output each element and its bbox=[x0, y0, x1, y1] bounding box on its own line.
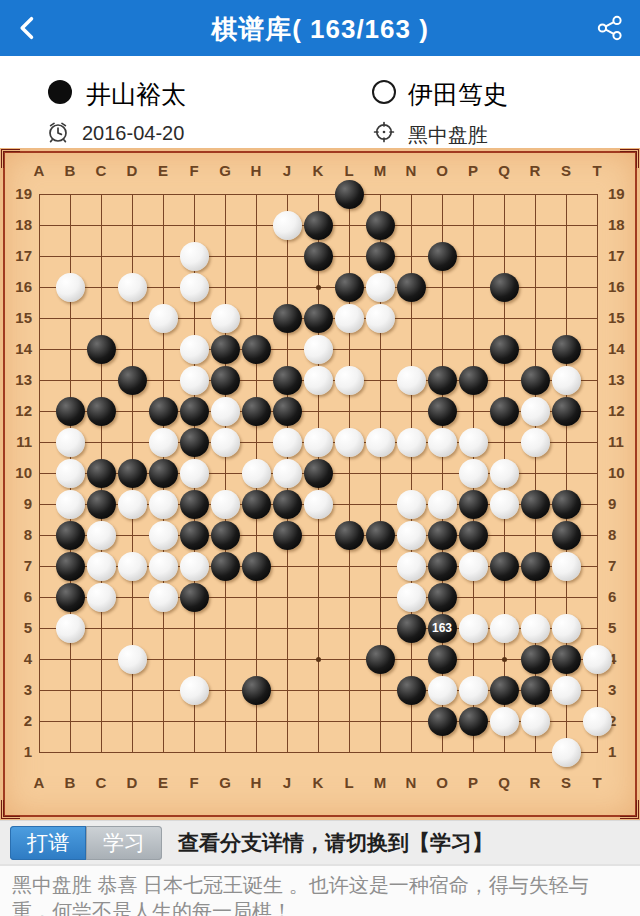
top-col-label: E bbox=[152, 162, 174, 179]
stone-B6-black bbox=[56, 583, 85, 612]
stone-G8-black bbox=[211, 521, 240, 550]
stone-L11-white bbox=[335, 428, 364, 457]
stone-P13-black bbox=[459, 366, 488, 395]
frame-corner-ornament bbox=[620, 149, 639, 168]
top-col-label: G bbox=[214, 162, 236, 179]
stone-N7-white bbox=[397, 552, 426, 581]
right-row-label: 7 bbox=[608, 558, 636, 574]
stone-M11-white bbox=[366, 428, 395, 457]
stone-O6-black bbox=[428, 583, 457, 612]
stone-F9-black bbox=[180, 490, 209, 519]
top-col-label: T bbox=[586, 162, 608, 179]
stone-L19-black bbox=[335, 180, 364, 209]
left-row-label: 16 bbox=[4, 279, 32, 295]
stone-S4-black bbox=[552, 645, 581, 674]
stone-D4-white bbox=[118, 645, 147, 674]
go-board[interactable]: AABBCCDDEEFFGGHHJJKKLLMMNNOOPPQQRRSSTT19… bbox=[0, 148, 640, 820]
stone-K10-black bbox=[304, 459, 333, 488]
stone-E15-white bbox=[149, 304, 178, 333]
stone-O11-white bbox=[428, 428, 457, 457]
stone-P10-white bbox=[459, 459, 488, 488]
bottom-toolbar: 打谱 学习 查看分支详情，请切换到【学习】 bbox=[0, 820, 640, 865]
stone-O17-black bbox=[428, 242, 457, 271]
stone-C14-black bbox=[87, 335, 116, 364]
frame-corner-ornament bbox=[1, 149, 20, 168]
stone-B9-white bbox=[56, 490, 85, 519]
bottom-col-label: L bbox=[338, 774, 360, 791]
bottom-col-label: E bbox=[152, 774, 174, 791]
stone-R12-white bbox=[521, 397, 550, 426]
stone-C8-white bbox=[87, 521, 116, 550]
right-row-label: 5 bbox=[608, 620, 636, 636]
dapu-button[interactable]: 打谱 bbox=[10, 826, 86, 860]
stone-Q16-black bbox=[490, 273, 519, 302]
stone-Q9-white bbox=[490, 490, 519, 519]
stone-D16-white bbox=[118, 273, 147, 302]
stone-G12-white bbox=[211, 397, 240, 426]
top-col-label: C bbox=[90, 162, 112, 179]
frame-corner-ornament bbox=[620, 800, 639, 819]
stone-N6-white bbox=[397, 583, 426, 612]
top-col-label: A bbox=[28, 162, 50, 179]
bottom-col-label: N bbox=[400, 774, 422, 791]
left-row-label: 8 bbox=[4, 527, 32, 543]
bottom-col-label: K bbox=[307, 774, 329, 791]
stone-B8-black bbox=[56, 521, 85, 550]
stone-B11-white bbox=[56, 428, 85, 457]
stone-M15-white bbox=[366, 304, 395, 333]
left-row-label: 15 bbox=[4, 310, 32, 326]
stone-D13-black bbox=[118, 366, 147, 395]
stone-R11-white bbox=[521, 428, 550, 457]
star-point bbox=[316, 285, 321, 290]
top-col-label: K bbox=[307, 162, 329, 179]
bottom-col-label: H bbox=[245, 774, 267, 791]
left-row-label: 10 bbox=[4, 465, 32, 481]
stone-E7-white bbox=[149, 552, 178, 581]
left-row-label: 9 bbox=[4, 496, 32, 512]
stone-R3-black bbox=[521, 676, 550, 705]
clock-icon bbox=[46, 120, 70, 144]
top-col-label: H bbox=[245, 162, 267, 179]
right-row-label: 14 bbox=[608, 341, 636, 357]
share-button[interactable] bbox=[596, 14, 624, 42]
stone-G14-black bbox=[211, 335, 240, 364]
right-row-label: 19 bbox=[608, 186, 636, 202]
stone-E11-white bbox=[149, 428, 178, 457]
app-window: 棋谱库( 163/163 ) 井山裕太 伊田笃史 2016-04-20 bbox=[0, 0, 640, 916]
stone-F7-white bbox=[180, 552, 209, 581]
right-row-label: 16 bbox=[608, 279, 636, 295]
stone-B10-white bbox=[56, 459, 85, 488]
stone-L16-black bbox=[335, 273, 364, 302]
stone-F16-white bbox=[180, 273, 209, 302]
stone-F17-white bbox=[180, 242, 209, 271]
stone-D10-black bbox=[118, 459, 147, 488]
left-row-label: 5 bbox=[4, 620, 32, 636]
right-row-label: 10 bbox=[608, 465, 636, 481]
bottom-col-label: O bbox=[431, 774, 453, 791]
stone-B5-white bbox=[56, 614, 85, 643]
stone-E10-black bbox=[149, 459, 178, 488]
stone-P11-white bbox=[459, 428, 488, 457]
stone-K9-white bbox=[304, 490, 333, 519]
bottom-col-label: D bbox=[121, 774, 143, 791]
stone-R7-black bbox=[521, 552, 550, 581]
stone-G7-black bbox=[211, 552, 240, 581]
stone-R2-white bbox=[521, 707, 550, 736]
right-row-label: 15 bbox=[608, 310, 636, 326]
stone-Q7-black bbox=[490, 552, 519, 581]
game-result: 黑中盘胜 bbox=[408, 122, 488, 149]
stone-R9-black bbox=[521, 490, 550, 519]
stone-F12-black bbox=[180, 397, 209, 426]
right-row-label: 9 bbox=[608, 496, 636, 512]
stone-P5-white bbox=[459, 614, 488, 643]
stone-P2-black bbox=[459, 707, 488, 736]
stone-J11-white bbox=[273, 428, 302, 457]
stone-Q3-black bbox=[490, 676, 519, 705]
header-bar: 棋谱库( 163/163 ) bbox=[0, 0, 640, 56]
game-comment: 黑中盘胜 恭喜 日本七冠王诞生 。也许这是一种宿命，得与失轻与重，何尝不是人生的… bbox=[0, 864, 640, 916]
stone-R5-white bbox=[521, 614, 550, 643]
stone-E6-white bbox=[149, 583, 178, 612]
stone-J13-black bbox=[273, 366, 302, 395]
stone-S13-white bbox=[552, 366, 581, 395]
star-point bbox=[316, 657, 321, 662]
right-row-label: 3 bbox=[608, 682, 636, 698]
stone-T4-white bbox=[583, 645, 612, 674]
stone-N16-black bbox=[397, 273, 426, 302]
bottom-col-label: F bbox=[183, 774, 205, 791]
bottom-col-label: C bbox=[90, 774, 112, 791]
right-row-label: 13 bbox=[608, 372, 636, 388]
stone-F11-black bbox=[180, 428, 209, 457]
left-row-label: 3 bbox=[4, 682, 32, 698]
stone-O8-black bbox=[428, 521, 457, 550]
stone-O7-black bbox=[428, 552, 457, 581]
stone-K17-black bbox=[304, 242, 333, 271]
game-info-panel: 井山裕太 伊田笃史 2016-04-20 黑中盘胜 bbox=[0, 56, 640, 148]
top-col-label: F bbox=[183, 162, 205, 179]
stone-O12-black bbox=[428, 397, 457, 426]
stone-J15-black bbox=[273, 304, 302, 333]
stone-G9-white bbox=[211, 490, 240, 519]
top-col-label: B bbox=[59, 162, 81, 179]
stone-L8-black bbox=[335, 521, 364, 550]
stone-J10-white bbox=[273, 459, 302, 488]
stone-M18-black bbox=[366, 211, 395, 240]
stone-G13-black bbox=[211, 366, 240, 395]
stone-N3-black bbox=[397, 676, 426, 705]
share-icon bbox=[596, 14, 624, 42]
stone-G15-white bbox=[211, 304, 240, 333]
xuexi-button[interactable]: 学习 bbox=[86, 826, 162, 860]
right-row-label: 6 bbox=[608, 589, 636, 605]
game-date: 2016-04-20 bbox=[82, 122, 184, 145]
top-col-label: O bbox=[431, 162, 453, 179]
top-col-label: J bbox=[276, 162, 298, 179]
stone-S5-white bbox=[552, 614, 581, 643]
stone-K18-black bbox=[304, 211, 333, 240]
stone-E12-black bbox=[149, 397, 178, 426]
right-row-label: 12 bbox=[608, 403, 636, 419]
left-row-label: 17 bbox=[4, 248, 32, 264]
stone-O2-black bbox=[428, 707, 457, 736]
top-col-label: D bbox=[121, 162, 143, 179]
stone-H14-black bbox=[242, 335, 271, 364]
stone-F3-white bbox=[180, 676, 209, 705]
stone-H9-black bbox=[242, 490, 271, 519]
left-row-label: 4 bbox=[4, 651, 32, 667]
page-title: 棋谱库( 163/163 ) bbox=[0, 12, 640, 47]
stone-N8-white bbox=[397, 521, 426, 550]
stone-S12-black bbox=[552, 397, 581, 426]
left-row-label: 12 bbox=[4, 403, 32, 419]
stone-C10-black bbox=[87, 459, 116, 488]
stone-Q2-white bbox=[490, 707, 519, 736]
right-row-label: 4 bbox=[608, 651, 636, 667]
stone-N9-white bbox=[397, 490, 426, 519]
stone-R4-black bbox=[521, 645, 550, 674]
bottom-col-label: R bbox=[524, 774, 546, 791]
stone-P9-black bbox=[459, 490, 488, 519]
black-stone-icon bbox=[48, 80, 72, 104]
top-col-label: R bbox=[524, 162, 546, 179]
bottom-col-label: A bbox=[28, 774, 50, 791]
stone-O3-white bbox=[428, 676, 457, 705]
left-row-label: 7 bbox=[4, 558, 32, 574]
stone-H12-black bbox=[242, 397, 271, 426]
stone-K15-black bbox=[304, 304, 333, 333]
toolbar-hint: 查看分支详情，请切换到【学习】 bbox=[178, 829, 493, 857]
stone-J12-black bbox=[273, 397, 302, 426]
stone-E8-white bbox=[149, 521, 178, 550]
stone-F6-black bbox=[180, 583, 209, 612]
bottom-col-label: J bbox=[276, 774, 298, 791]
bottom-col-label: M bbox=[369, 774, 391, 791]
stone-K13-white bbox=[304, 366, 333, 395]
stone-O9-white bbox=[428, 490, 457, 519]
bottom-col-label: P bbox=[462, 774, 484, 791]
bottom-col-label: G bbox=[214, 774, 236, 791]
right-row-label: 18 bbox=[608, 217, 636, 233]
stone-R13-black bbox=[521, 366, 550, 395]
left-row-label: 13 bbox=[4, 372, 32, 388]
stone-S1-white bbox=[552, 738, 581, 767]
top-col-label: S bbox=[555, 162, 577, 179]
stone-F14-white bbox=[180, 335, 209, 364]
stone-N5-black bbox=[397, 614, 426, 643]
stone-J9-black bbox=[273, 490, 302, 519]
left-row-label: 1 bbox=[4, 744, 32, 760]
stone-H3-black bbox=[242, 676, 271, 705]
right-row-label: 1 bbox=[608, 744, 636, 760]
stone-C9-black bbox=[87, 490, 116, 519]
stone-Q14-black bbox=[490, 335, 519, 364]
stone-C12-black bbox=[87, 397, 116, 426]
right-row-label: 11 bbox=[608, 434, 636, 450]
stone-C6-white bbox=[87, 583, 116, 612]
stone-L15-white bbox=[335, 304, 364, 333]
move-number-label: 163 bbox=[432, 621, 452, 635]
left-row-label: 18 bbox=[4, 217, 32, 233]
stone-S14-black bbox=[552, 335, 581, 364]
star-point bbox=[502, 657, 507, 662]
stone-D7-white bbox=[118, 552, 147, 581]
right-row-label: 17 bbox=[608, 248, 636, 264]
stone-C7-white bbox=[87, 552, 116, 581]
stone-S7-white bbox=[552, 552, 581, 581]
stone-H7-black bbox=[242, 552, 271, 581]
stone-S9-black bbox=[552, 490, 581, 519]
stone-J18-white bbox=[273, 211, 302, 240]
stone-O13-black bbox=[428, 366, 457, 395]
stone-O4-black bbox=[428, 645, 457, 674]
stone-K11-white bbox=[304, 428, 333, 457]
stone-F8-black bbox=[180, 521, 209, 550]
black-player-name: 井山裕太 bbox=[86, 78, 186, 111]
stone-Q5-white bbox=[490, 614, 519, 643]
right-row-label: 2 bbox=[608, 713, 636, 729]
stone-H10-white bbox=[242, 459, 271, 488]
stone-N11-white bbox=[397, 428, 426, 457]
stone-K14-white bbox=[304, 335, 333, 364]
stone-S3-white bbox=[552, 676, 581, 705]
bottom-col-label: Q bbox=[493, 774, 515, 791]
stone-N13-white bbox=[397, 366, 426, 395]
stone-O5-black: 163 bbox=[428, 614, 457, 643]
stone-B7-black bbox=[56, 552, 85, 581]
stone-P7-white bbox=[459, 552, 488, 581]
left-row-label: 19 bbox=[4, 186, 32, 202]
stone-Q12-black bbox=[490, 397, 519, 426]
stone-B16-white bbox=[56, 273, 85, 302]
stone-E9-white bbox=[149, 490, 178, 519]
stone-P3-white bbox=[459, 676, 488, 705]
top-col-label: L bbox=[338, 162, 360, 179]
frame-corner-ornament bbox=[1, 800, 20, 819]
top-col-label: Q bbox=[493, 162, 515, 179]
white-stone-icon bbox=[372, 80, 396, 104]
top-col-label: N bbox=[400, 162, 422, 179]
stone-B12-black bbox=[56, 397, 85, 426]
stone-Q10-white bbox=[490, 459, 519, 488]
right-row-label: 8 bbox=[608, 527, 636, 543]
top-col-label: P bbox=[462, 162, 484, 179]
stone-J8-black bbox=[273, 521, 302, 550]
stone-L13-white bbox=[335, 366, 364, 395]
stone-D9-white bbox=[118, 490, 147, 519]
bottom-col-label: B bbox=[59, 774, 81, 791]
stone-P8-black bbox=[459, 521, 488, 550]
stone-M4-black bbox=[366, 645, 395, 674]
stone-G11-white bbox=[211, 428, 240, 457]
left-row-label: 11 bbox=[4, 434, 32, 450]
left-row-label: 14 bbox=[4, 341, 32, 357]
left-row-label: 6 bbox=[4, 589, 32, 605]
left-row-label: 2 bbox=[4, 713, 32, 729]
stone-M17-black bbox=[366, 242, 395, 271]
bottom-col-label: T bbox=[586, 774, 608, 791]
stone-T2-white bbox=[583, 707, 612, 736]
result-icon bbox=[372, 120, 396, 144]
top-col-label: M bbox=[369, 162, 391, 179]
bottom-col-label: S bbox=[555, 774, 577, 791]
stone-S8-black bbox=[552, 521, 581, 550]
stone-M8-black bbox=[366, 521, 395, 550]
white-player-name: 伊田笃史 bbox=[408, 78, 508, 111]
stone-F10-white bbox=[180, 459, 209, 488]
stone-F13-white bbox=[180, 366, 209, 395]
stone-M16-white bbox=[366, 273, 395, 302]
